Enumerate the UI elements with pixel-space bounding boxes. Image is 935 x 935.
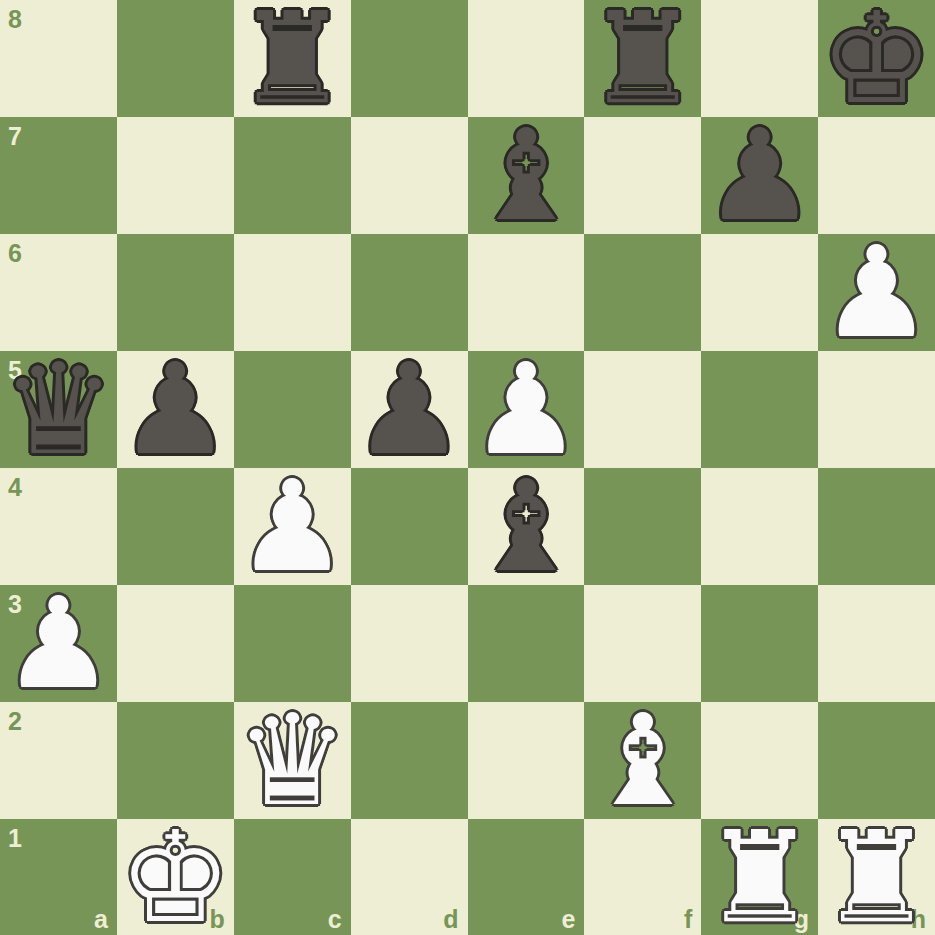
square-c8[interactable]: ♜ bbox=[234, 0, 351, 117]
square-f5[interactable] bbox=[584, 351, 701, 468]
square-d5[interactable]: ♟ bbox=[351, 351, 468, 468]
square-c7[interactable] bbox=[234, 117, 351, 234]
file-label-f: f bbox=[684, 907, 692, 932]
piece-white-pawn[interactable]: ♟ bbox=[2, 585, 115, 702]
square-c4[interactable]: ♟ bbox=[234, 468, 351, 585]
file-label-a: a bbox=[94, 907, 108, 932]
square-f6[interactable] bbox=[584, 234, 701, 351]
piece-black-rook[interactable]: ♜ bbox=[236, 0, 349, 117]
square-a4[interactable]: 4 bbox=[0, 468, 117, 585]
square-b4[interactable] bbox=[117, 468, 234, 585]
square-a7[interactable]: 7 bbox=[0, 117, 117, 234]
piece-white-rook[interactable]: ♜ bbox=[820, 819, 933, 935]
square-b7[interactable] bbox=[117, 117, 234, 234]
square-e8[interactable] bbox=[468, 0, 585, 117]
rank-label-8: 8 bbox=[8, 7, 22, 32]
square-h5[interactable] bbox=[818, 351, 935, 468]
file-label-e: e bbox=[561, 907, 575, 932]
square-d4[interactable] bbox=[351, 468, 468, 585]
piece-black-bishop[interactable]: ♝ bbox=[469, 117, 582, 234]
square-g7[interactable]: ♟ bbox=[701, 117, 818, 234]
piece-white-queen[interactable]: ♛ bbox=[236, 702, 349, 819]
square-e3[interactable] bbox=[468, 585, 585, 702]
square-c2[interactable]: ♛ bbox=[234, 702, 351, 819]
square-h3[interactable] bbox=[818, 585, 935, 702]
square-e2[interactable] bbox=[468, 702, 585, 819]
piece-white-rook[interactable]: ♜ bbox=[703, 819, 816, 935]
square-b3[interactable] bbox=[117, 585, 234, 702]
square-d8[interactable] bbox=[351, 0, 468, 117]
square-c3[interactable] bbox=[234, 585, 351, 702]
rank-label-1: 1 bbox=[8, 826, 22, 851]
square-h7[interactable] bbox=[818, 117, 935, 234]
piece-black-pawn[interactable]: ♟ bbox=[353, 351, 466, 468]
square-f1[interactable]: f bbox=[584, 819, 701, 935]
piece-white-pawn[interactable]: ♟ bbox=[820, 234, 933, 351]
rank-label-7: 7 bbox=[8, 124, 22, 149]
square-c6[interactable] bbox=[234, 234, 351, 351]
piece-white-bishop[interactable]: ♝ bbox=[586, 702, 699, 819]
square-a5[interactable]: 5♛ bbox=[0, 351, 117, 468]
square-f2[interactable]: ♝ bbox=[584, 702, 701, 819]
square-e1[interactable]: e bbox=[468, 819, 585, 935]
square-a8[interactable]: 8 bbox=[0, 0, 117, 117]
square-c5[interactable] bbox=[234, 351, 351, 468]
square-d7[interactable] bbox=[351, 117, 468, 234]
square-d1[interactable]: d bbox=[351, 819, 468, 935]
square-h2[interactable] bbox=[818, 702, 935, 819]
square-g6[interactable] bbox=[701, 234, 818, 351]
square-g5[interactable] bbox=[701, 351, 818, 468]
square-e5[interactable]: ♟ bbox=[468, 351, 585, 468]
square-e4[interactable]: ♝ bbox=[468, 468, 585, 585]
square-a2[interactable]: 2 bbox=[0, 702, 117, 819]
square-h4[interactable] bbox=[818, 468, 935, 585]
square-b2[interactable] bbox=[117, 702, 234, 819]
square-h1[interactable]: h♜ bbox=[818, 819, 935, 935]
square-h6[interactable]: ♟ bbox=[818, 234, 935, 351]
piece-white-pawn[interactable]: ♟ bbox=[236, 468, 349, 585]
square-g8[interactable] bbox=[701, 0, 818, 117]
square-f4[interactable] bbox=[584, 468, 701, 585]
square-c1[interactable]: c bbox=[234, 819, 351, 935]
square-g3[interactable] bbox=[701, 585, 818, 702]
piece-black-bishop[interactable]: ♝ bbox=[469, 468, 582, 585]
square-d2[interactable] bbox=[351, 702, 468, 819]
square-f8[interactable]: ♜ bbox=[584, 0, 701, 117]
square-b5[interactable]: ♟ bbox=[117, 351, 234, 468]
square-f7[interactable] bbox=[584, 117, 701, 234]
square-a1[interactable]: 1a bbox=[0, 819, 117, 935]
square-b8[interactable] bbox=[117, 0, 234, 117]
square-d3[interactable] bbox=[351, 585, 468, 702]
square-e7[interactable]: ♝ bbox=[468, 117, 585, 234]
square-d6[interactable] bbox=[351, 234, 468, 351]
piece-white-pawn[interactable]: ♟ bbox=[469, 351, 582, 468]
chess-board: 8♜♜♚7♝♟6♟5♛♟♟♟4♟♝3♟2♛♝1ab♚cdefg♜h♜ bbox=[0, 0, 935, 935]
square-f3[interactable] bbox=[584, 585, 701, 702]
square-a3[interactable]: 3♟ bbox=[0, 585, 117, 702]
square-a6[interactable]: 6 bbox=[0, 234, 117, 351]
piece-black-rook[interactable]: ♜ bbox=[586, 0, 699, 117]
square-b1[interactable]: b♚ bbox=[117, 819, 234, 935]
square-e6[interactable] bbox=[468, 234, 585, 351]
square-b6[interactable] bbox=[117, 234, 234, 351]
square-g2[interactable] bbox=[701, 702, 818, 819]
square-g4[interactable] bbox=[701, 468, 818, 585]
file-label-d: d bbox=[443, 907, 458, 932]
rank-label-6: 6 bbox=[8, 241, 22, 266]
piece-black-pawn[interactable]: ♟ bbox=[119, 351, 232, 468]
piece-white-king[interactable]: ♚ bbox=[119, 819, 232, 935]
piece-black-queen[interactable]: ♛ bbox=[2, 351, 115, 468]
square-g1[interactable]: g♜ bbox=[701, 819, 818, 935]
piece-black-king[interactable]: ♚ bbox=[820, 0, 933, 117]
square-h8[interactable]: ♚ bbox=[818, 0, 935, 117]
file-label-c: c bbox=[328, 907, 342, 932]
piece-black-pawn[interactable]: ♟ bbox=[703, 117, 816, 234]
